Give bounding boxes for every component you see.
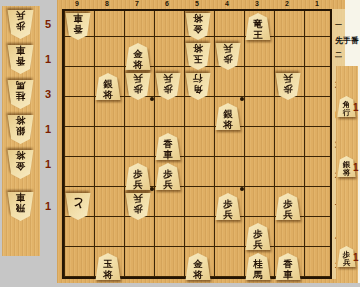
piece-face: 金将 xyxy=(185,13,211,40)
sente-hand-count-歩兵: 1 xyxy=(353,252,359,263)
piece-kanji: 兵 xyxy=(133,193,143,204)
board-cell-1e[interactable] xyxy=(304,131,334,161)
piece-kanji: 香 xyxy=(73,24,83,35)
sente-piece-3h[interactable]: 歩兵 xyxy=(245,223,271,250)
gote-hand-桂馬[interactable]: 桂馬 xyxy=(7,80,34,109)
file-label-9: 9 xyxy=(62,0,92,8)
gote-piece-7g[interactable]: 歩兵 xyxy=(125,193,151,220)
piece-kanji: 歩 xyxy=(16,21,26,32)
board-cell-5i[interactable]: 金将 xyxy=(184,251,214,281)
board-cell-9d[interactable] xyxy=(64,101,94,131)
piece-kanji: 行 xyxy=(193,73,203,84)
piece-face: 角行 xyxy=(185,73,211,100)
piece-face: 香車 xyxy=(155,133,181,160)
piece-kanji: 将 xyxy=(193,13,203,24)
board-cell-1i[interactable] xyxy=(304,251,334,281)
piece-kanji: 玉 xyxy=(193,54,203,65)
board-cell-4c[interactable] xyxy=(214,71,244,101)
shogi-board[interactable]: 香車金将竜王金将玉将歩兵銀将歩兵歩兵角行歩兵銀将香車歩兵歩兵と歩兵歩兵歩兵歩兵玉… xyxy=(62,9,332,279)
piece-face: 歩兵 xyxy=(125,163,151,190)
board-cell-9a[interactable]: 香車 xyxy=(64,11,94,41)
piece-kanji: 銀 xyxy=(223,109,233,120)
piece-kanji: 歩 xyxy=(133,84,143,95)
board-cell-6h[interactable] xyxy=(154,221,184,251)
board-cell-5b[interactable]: 玉将 xyxy=(184,41,214,71)
piece-kanji: 兵 xyxy=(223,43,233,54)
piece-face: 歩兵 xyxy=(155,163,181,190)
gote-piece-5a[interactable]: 金将 xyxy=(185,13,211,40)
piece-kanji: 香 xyxy=(16,56,26,67)
sente-piece-3a[interactable]: 竜王 xyxy=(245,13,271,40)
piece-kanji: 将 xyxy=(193,43,203,54)
board-cell-6e[interactable]: 香車 xyxy=(154,131,184,161)
piece-kanji: 玉 xyxy=(103,259,113,270)
piece-kanji: 金 xyxy=(133,49,143,60)
piece-kanji: 歩 xyxy=(133,204,143,215)
piece-face: 竜王 xyxy=(245,13,271,40)
piece-kanji: 行 xyxy=(343,109,351,117)
sente-piece-8c[interactable]: 銀将 xyxy=(95,73,121,100)
piece-kanji: 将 xyxy=(133,60,143,71)
board-cell-1g[interactable] xyxy=(304,191,334,221)
board-cell-3g[interactable] xyxy=(244,191,274,221)
piece-kanji: 歩 xyxy=(223,54,233,65)
gote-hand-count-香車: 1 xyxy=(45,54,51,65)
piece-kanji: 歩 xyxy=(163,169,173,180)
piece-face: 歩兵 xyxy=(245,223,271,250)
bottom-margin xyxy=(0,283,360,287)
board-cell-4e[interactable] xyxy=(214,131,244,161)
board-cell-3f[interactable] xyxy=(244,161,274,191)
piece-kanji: 歩 xyxy=(163,84,173,95)
board-cell-2g[interactable]: 歩兵 xyxy=(274,191,304,221)
piece-kanji: 車 xyxy=(73,13,83,24)
sente-hand-count-角行: 1 xyxy=(353,102,359,113)
gote-piece-6c[interactable]: 歩兵 xyxy=(155,73,181,100)
piece-kanji: 将 xyxy=(223,120,233,131)
gote-hand-count-銀将: 1 xyxy=(45,124,51,135)
piece-kanji: 車 xyxy=(16,45,26,56)
piece-face: 歩兵 xyxy=(275,73,301,100)
piece-kanji: 銀 xyxy=(103,79,113,90)
file-label-5: 5 xyxy=(182,0,212,8)
piece-face: 歩兵 xyxy=(215,43,241,70)
piece-face: 香車 xyxy=(7,45,34,74)
piece-kanji: 飛 xyxy=(16,203,26,214)
board-cell-2a[interactable] xyxy=(274,11,304,41)
piece-kanji: 兵 xyxy=(16,10,26,21)
board-cell-4i[interactable] xyxy=(214,251,244,281)
board-cell-2c[interactable]: 歩兵 xyxy=(274,71,304,101)
piece-face: と xyxy=(65,193,91,220)
board-cell-7e[interactable] xyxy=(124,131,154,161)
piece-kanji: 兵 xyxy=(133,73,143,84)
turn-indicator: 先手番 xyxy=(334,36,360,45)
piece-kanji: 兵 xyxy=(163,73,173,84)
sente-piece-6f[interactable]: 歩兵 xyxy=(155,163,181,190)
board-cell-9f[interactable] xyxy=(64,161,94,191)
piece-kanji: 金 xyxy=(193,24,203,35)
board-cell-9h[interactable] xyxy=(64,221,94,251)
piece-face: 歩兵 xyxy=(7,10,34,39)
board-cell-9c[interactable] xyxy=(64,71,94,101)
board-cell-8b[interactable] xyxy=(94,41,124,71)
sente-piece-7f[interactable]: 歩兵 xyxy=(125,163,151,190)
sente-piece-4g[interactable]: 歩兵 xyxy=(215,193,241,220)
piece-face: 玉将 xyxy=(95,253,121,280)
piece-kanji: 竜 xyxy=(253,19,263,30)
sente-piece-6e[interactable]: 香車 xyxy=(155,133,181,160)
gote-piece-5b[interactable]: 玉将 xyxy=(185,43,211,70)
sente-captured-stand[interactable]: 角行1銀将1歩兵1 xyxy=(336,66,358,283)
piece-kanji: 将 xyxy=(193,270,203,281)
piece-kanji: 兵 xyxy=(283,73,293,84)
piece-kanji: 歩 xyxy=(283,199,293,210)
piece-kanji: 兵 xyxy=(163,180,173,191)
board-cell-4d[interactable]: 銀将 xyxy=(214,101,244,131)
gote-piece-9a[interactable]: 香車 xyxy=(65,13,91,40)
gote-hand-飛車[interactable]: 飛車 xyxy=(7,192,34,221)
board-cell-8g[interactable] xyxy=(94,191,124,221)
sente-piece-3i[interactable]: 桂馬 xyxy=(245,253,271,280)
board-cell-3c[interactable] xyxy=(244,71,274,101)
gote-hand-count-歩兵: 5 xyxy=(45,19,51,30)
board-cell-3i[interactable]: 桂馬 xyxy=(244,251,274,281)
shogi-diagram: 香車金将竜王金将玉将歩兵銀将歩兵歩兵角行歩兵銀将香車歩兵歩兵と歩兵歩兵歩兵歩兵玉… xyxy=(0,0,360,287)
board-cell-1h[interactable] xyxy=(304,221,334,251)
board-cell-2h[interactable] xyxy=(274,221,304,251)
piece-kanji: 桂 xyxy=(253,259,263,270)
piece-face: 玉将 xyxy=(185,43,211,70)
board-cell-4g[interactable]: 歩兵 xyxy=(214,191,244,221)
piece-kanji: 兵 xyxy=(133,180,143,191)
board-cell-4h[interactable] xyxy=(214,221,244,251)
board-cell-6i[interactable] xyxy=(154,251,184,281)
board-cell-8c[interactable]: 銀将 xyxy=(94,71,124,101)
piece-kanji: 将 xyxy=(16,115,26,126)
board-cell-5f[interactable] xyxy=(184,161,214,191)
board-cell-6b[interactable] xyxy=(154,41,184,71)
piece-face: 歩兵 xyxy=(125,193,151,220)
board-cell-6f[interactable]: 歩兵 xyxy=(154,161,184,191)
file-label-6: 6 xyxy=(152,0,182,8)
board-cell-7c[interactable]: 歩兵 xyxy=(124,71,154,101)
sente-piece-4d[interactable]: 銀将 xyxy=(215,103,241,130)
gote-piece-2c[interactable]: 歩兵 xyxy=(275,73,301,100)
file-label-3: 3 xyxy=(242,0,272,8)
piece-kanji: 将 xyxy=(343,169,351,177)
piece-face: 歩兵 xyxy=(125,73,151,100)
board-cell-4a[interactable] xyxy=(214,11,244,41)
piece-face: 金将 xyxy=(7,150,34,179)
file-label-4: 4 xyxy=(212,0,242,8)
gote-hand-歩兵[interactable]: 歩兵 xyxy=(7,10,34,39)
board-cell-9e[interactable] xyxy=(64,131,94,161)
piece-kanji: 桂 xyxy=(16,91,26,102)
file-label-1: 1 xyxy=(302,0,332,8)
board-cell-1c[interactable] xyxy=(304,71,334,101)
sente-piece-7b[interactable]: 金将 xyxy=(125,43,151,70)
board-cell-6c[interactable]: 歩兵 xyxy=(154,71,184,101)
gote-piece-9g[interactable]: と xyxy=(65,193,91,220)
board-cell-2i[interactable]: 香車 xyxy=(274,251,304,281)
piece-kanji: 将 xyxy=(103,270,113,281)
star-point xyxy=(240,187,244,191)
board-cell-8d[interactable] xyxy=(94,101,124,131)
piece-kanji: 王 xyxy=(253,30,263,41)
piece-face: 香車 xyxy=(275,253,301,280)
board-cell-3b[interactable] xyxy=(244,41,274,71)
rank-label-1: 一 xyxy=(333,20,344,30)
board-cell-5c[interactable]: 角行 xyxy=(184,71,214,101)
piece-face: 歩兵 xyxy=(215,193,241,220)
piece-kanji: 金 xyxy=(193,259,203,270)
file-label-8: 8 xyxy=(92,0,122,8)
sente-piece-2i[interactable]: 香車 xyxy=(275,253,301,280)
sente-hand-count-銀将: 1 xyxy=(353,162,359,173)
sente-piece-5i[interactable]: 金将 xyxy=(185,253,211,280)
board-cell-8h[interactable] xyxy=(94,221,124,251)
sente-piece-2g[interactable]: 歩兵 xyxy=(275,193,301,220)
gote-captured-stand[interactable]: 歩兵香車桂馬銀将金将飛車 xyxy=(2,6,40,256)
gote-hand-count-金将: 1 xyxy=(45,159,51,170)
gote-hand-香車[interactable]: 香車 xyxy=(7,45,34,74)
board-cell-1a[interactable] xyxy=(304,11,334,41)
piece-kanji: 歩 xyxy=(283,84,293,95)
board-cell-8f[interactable] xyxy=(94,161,124,191)
gote-hand-銀将[interactable]: 銀将 xyxy=(7,115,34,144)
board-cell-1d[interactable] xyxy=(304,101,334,131)
board-cell-7h[interactable] xyxy=(124,221,154,251)
board-cell-3a[interactable]: 竜王 xyxy=(244,11,274,41)
file-label-2: 2 xyxy=(272,0,302,8)
board-cell-2e[interactable] xyxy=(274,131,304,161)
board-cell-5e[interactable] xyxy=(184,131,214,161)
piece-kanji: 馬 xyxy=(253,270,263,281)
piece-kanji: 金 xyxy=(16,161,26,172)
piece-kanji: 兵 xyxy=(343,259,351,267)
piece-face: 銀将 xyxy=(215,103,241,130)
board-cell-6g[interactable] xyxy=(154,191,184,221)
piece-face: 飛車 xyxy=(7,192,34,221)
board-cell-7i[interactable] xyxy=(124,251,154,281)
board-cell-7g[interactable]: 歩兵 xyxy=(124,191,154,221)
board-cell-1b[interactable] xyxy=(304,41,334,71)
file-label-7: 7 xyxy=(122,0,152,8)
board-cell-9i[interactable] xyxy=(64,251,94,281)
board-cell-3d[interactable] xyxy=(244,101,274,131)
piece-kanji: 将 xyxy=(103,90,113,101)
piece-kanji: と xyxy=(72,197,84,211)
star-point xyxy=(240,97,244,101)
piece-face: 歩兵 xyxy=(155,73,181,100)
piece-face: 金将 xyxy=(185,253,211,280)
piece-kanji: 兵 xyxy=(223,210,233,221)
star-point xyxy=(150,97,154,101)
piece-kanji: 馬 xyxy=(16,80,26,91)
board-cell-7a[interactable] xyxy=(124,11,154,41)
piece-kanji: 車 xyxy=(283,270,293,281)
piece-face: 桂馬 xyxy=(245,253,271,280)
piece-kanji: 角 xyxy=(193,84,203,95)
piece-kanji: 香 xyxy=(163,139,173,150)
board-cell-4f[interactable] xyxy=(214,161,244,191)
board-cell-6d[interactable] xyxy=(154,101,184,131)
piece-kanji: 兵 xyxy=(283,210,293,221)
piece-face: 銀将 xyxy=(95,73,121,100)
board-cell-5a[interactable]: 金将 xyxy=(184,11,214,41)
board-cell-1f[interactable] xyxy=(304,161,334,191)
board-cell-5d[interactable] xyxy=(184,101,214,131)
gote-hand-count-桂馬: 3 xyxy=(45,89,51,100)
board-cell-4b[interactable]: 歩兵 xyxy=(214,41,244,71)
gote-hand-金将[interactable]: 金将 xyxy=(7,150,34,179)
piece-face: 歩兵 xyxy=(275,193,301,220)
gote-piece-5c[interactable]: 角行 xyxy=(185,73,211,100)
piece-face: 桂馬 xyxy=(7,80,34,109)
board-cell-7f[interactable]: 歩兵 xyxy=(124,161,154,191)
board-cell-7b[interactable]: 金将 xyxy=(124,41,154,71)
piece-kanji: 車 xyxy=(16,192,26,203)
gote-hand-count-飛車: 1 xyxy=(45,201,51,212)
piece-face: 香車 xyxy=(65,13,91,40)
board-cell-2b[interactable] xyxy=(274,41,304,71)
piece-kanji: 歩 xyxy=(133,169,143,180)
board-cell-8e[interactable] xyxy=(94,131,124,161)
piece-kanji: 歩 xyxy=(253,229,263,240)
gote-piece-4b[interactable]: 歩兵 xyxy=(215,43,241,70)
sente-piece-8i[interactable]: 玉将 xyxy=(95,253,121,280)
board-cell-3h[interactable]: 歩兵 xyxy=(244,221,274,251)
piece-kanji: 兵 xyxy=(253,240,263,251)
rank-label-2: 二 xyxy=(333,50,344,60)
board-cell-5g[interactable] xyxy=(184,191,214,221)
piece-kanji: 車 xyxy=(163,150,173,161)
board-cell-6a[interactable] xyxy=(154,11,184,41)
board-cell-9g[interactable]: と xyxy=(64,191,94,221)
piece-kanji: 香 xyxy=(283,259,293,270)
piece-kanji: 銀 xyxy=(16,126,26,137)
piece-face: 金将 xyxy=(125,43,151,70)
board-cell-2f[interactable] xyxy=(274,161,304,191)
piece-kanji: 将 xyxy=(16,150,26,161)
board-cell-9b[interactable] xyxy=(64,41,94,71)
board-cell-8a[interactable] xyxy=(94,11,124,41)
board-cell-7d[interactable] xyxy=(124,101,154,131)
board-cell-5h[interactable] xyxy=(184,221,214,251)
board-cell-3e[interactable] xyxy=(244,131,274,161)
piece-face: 銀将 xyxy=(7,115,34,144)
board-cell-8i[interactable]: 玉将 xyxy=(94,251,124,281)
star-point xyxy=(150,187,154,191)
gote-piece-7c[interactable]: 歩兵 xyxy=(125,73,151,100)
piece-kanji: 歩 xyxy=(223,199,233,210)
board-cell-2d[interactable] xyxy=(274,101,304,131)
